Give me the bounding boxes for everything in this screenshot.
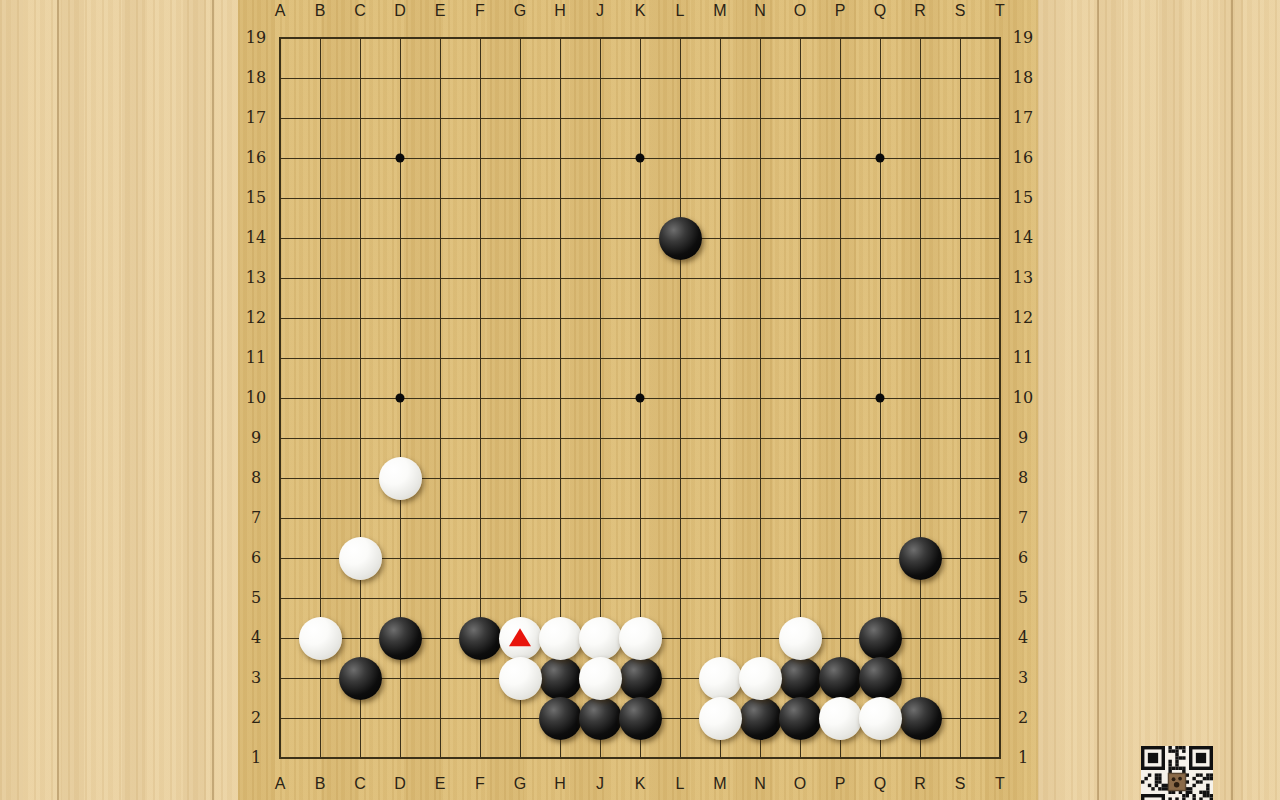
white-stone-J4 (579, 617, 622, 660)
white-stone-O4 (779, 617, 822, 660)
column-label-top-K: K (628, 2, 652, 20)
column-label-top-M: M (708, 2, 732, 20)
star-point (636, 154, 645, 163)
column-label-bottom-K: K (628, 775, 652, 793)
white-stone-M2 (699, 697, 742, 740)
white-stone-P2 (819, 697, 862, 740)
column-label-top-F: F (468, 2, 492, 20)
column-label-bottom-Q: Q (868, 775, 892, 793)
column-label-top-R: R (908, 2, 932, 20)
column-label-bottom-O: O (788, 775, 812, 793)
row-label-right-4: 4 (1008, 629, 1038, 647)
column-label-top-L: L (668, 2, 692, 20)
star-point (876, 154, 885, 163)
black-stone-Q4 (859, 617, 902, 660)
column-label-top-C: C (348, 2, 372, 20)
black-stone-R6 (899, 537, 942, 580)
column-label-bottom-C: C (348, 775, 372, 793)
column-label-bottom-R: R (908, 775, 932, 793)
row-label-right-9: 9 (1008, 429, 1038, 447)
column-label-top-J: J (588, 2, 612, 20)
row-label-left-19: 19 (241, 29, 271, 47)
row-label-right-17: 17 (1008, 109, 1038, 127)
go-app-window: AABBCCDDEEFFGGHHJJKKLLMMNNOOPPQQRRSSTT19… (0, 0, 1280, 800)
row-label-left-16: 16 (241, 149, 271, 167)
column-label-top-E: E (428, 2, 452, 20)
column-label-top-Q: Q (868, 2, 892, 20)
black-stone-Q3 (859, 657, 902, 700)
column-label-top-A: A (268, 2, 292, 20)
column-label-bottom-J: J (588, 775, 612, 793)
row-label-left-7: 7 (241, 509, 271, 527)
star-point (396, 394, 405, 403)
row-label-left-14: 14 (241, 229, 271, 247)
column-label-top-P: P (828, 2, 852, 20)
star-point (876, 394, 885, 403)
black-stone-J2 (579, 697, 622, 740)
white-stone-G4 (499, 617, 542, 660)
column-label-bottom-A: A (268, 775, 292, 793)
column-label-top-S: S (948, 2, 972, 20)
last-move-triangle-marker (509, 628, 531, 646)
row-label-right-18: 18 (1008, 69, 1038, 87)
row-label-left-3: 3 (241, 669, 271, 687)
wood-plank-seam (57, 0, 59, 800)
column-label-top-B: B (308, 2, 332, 20)
qr-code (1141, 746, 1213, 800)
black-stone-P3 (819, 657, 862, 700)
black-stone-D4 (379, 617, 422, 660)
white-stone-N3 (739, 657, 782, 700)
row-label-right-5: 5 (1008, 589, 1038, 607)
row-label-right-8: 8 (1008, 469, 1038, 487)
row-label-left-5: 5 (241, 589, 271, 607)
row-label-left-10: 10 (241, 389, 271, 407)
row-label-left-2: 2 (241, 709, 271, 727)
column-label-top-G: G (508, 2, 532, 20)
black-stone-H3 (539, 657, 582, 700)
row-label-left-6: 6 (241, 549, 271, 567)
black-stone-L14 (659, 217, 702, 260)
row-label-right-13: 13 (1008, 269, 1038, 287)
row-label-left-13: 13 (241, 269, 271, 287)
white-stone-Q2 (859, 697, 902, 740)
row-label-right-3: 3 (1008, 669, 1038, 687)
row-label-left-18: 18 (241, 69, 271, 87)
white-stone-G3 (499, 657, 542, 700)
white-stone-H4 (539, 617, 582, 660)
column-label-top-O: O (788, 2, 812, 20)
black-stone-K2 (619, 697, 662, 740)
star-point (636, 394, 645, 403)
column-label-bottom-D: D (388, 775, 412, 793)
row-label-left-1: 1 (241, 749, 271, 767)
column-label-bottom-N: N (748, 775, 772, 793)
column-label-top-T: T (988, 2, 1012, 20)
wood-plank-seam (1231, 0, 1233, 800)
white-stone-D8 (379, 457, 422, 500)
white-stone-B4 (299, 617, 342, 660)
black-stone-F4 (459, 617, 502, 660)
black-stone-H2 (539, 697, 582, 740)
black-stone-C3 (339, 657, 382, 700)
column-label-bottom-S: S (948, 775, 972, 793)
wood-plank-seam (1097, 0, 1099, 800)
column-label-top-D: D (388, 2, 412, 20)
row-label-right-2: 2 (1008, 709, 1038, 727)
column-label-bottom-H: H (548, 775, 572, 793)
row-label-left-17: 17 (241, 109, 271, 127)
column-label-bottom-F: F (468, 775, 492, 793)
column-label-bottom-B: B (308, 775, 332, 793)
star-point (396, 154, 405, 163)
column-label-bottom-P: P (828, 775, 852, 793)
row-label-right-1: 1 (1008, 749, 1038, 767)
row-label-left-15: 15 (241, 189, 271, 207)
black-stone-O2 (779, 697, 822, 740)
white-stone-J3 (579, 657, 622, 700)
row-label-right-14: 14 (1008, 229, 1038, 247)
white-stone-M3 (699, 657, 742, 700)
column-label-bottom-T: T (988, 775, 1012, 793)
row-label-left-8: 8 (241, 469, 271, 487)
black-stone-O3 (779, 657, 822, 700)
row-label-right-6: 6 (1008, 549, 1038, 567)
row-label-left-12: 12 (241, 309, 271, 327)
white-stone-C6 (339, 537, 382, 580)
black-stone-K3 (619, 657, 662, 700)
black-stone-R2 (899, 697, 942, 740)
column-label-top-N: N (748, 2, 772, 20)
column-label-bottom-G: G (508, 775, 532, 793)
column-label-bottom-L: L (668, 775, 692, 793)
row-label-right-15: 15 (1008, 189, 1038, 207)
white-stone-K4 (619, 617, 662, 660)
row-label-left-4: 4 (241, 629, 271, 647)
wood-plank-seam (212, 0, 214, 800)
row-label-right-11: 11 (1008, 349, 1038, 367)
row-label-right-10: 10 (1008, 389, 1038, 407)
column-label-top-H: H (548, 2, 572, 20)
row-label-left-9: 9 (241, 429, 271, 447)
row-label-right-12: 12 (1008, 309, 1038, 327)
black-stone-N2 (739, 697, 782, 740)
row-label-right-16: 16 (1008, 149, 1038, 167)
column-label-bottom-E: E (428, 775, 452, 793)
row-label-left-11: 11 (241, 349, 271, 367)
row-label-right-19: 19 (1008, 29, 1038, 47)
column-label-bottom-M: M (708, 775, 732, 793)
row-label-right-7: 7 (1008, 509, 1038, 527)
